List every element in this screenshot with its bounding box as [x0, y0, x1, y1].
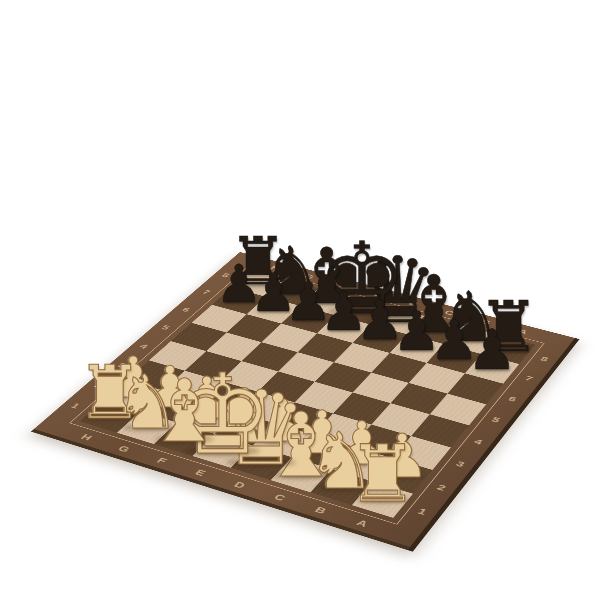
- chess-set-product-photo: HGFEDCBA HGFEDCBA 87654321 87654321 ♜♞♝♛…: [0, 0, 600, 600]
- chess-board: HGFEDCBA HGFEDCBA 87654321 87654321: [34, 252, 575, 547]
